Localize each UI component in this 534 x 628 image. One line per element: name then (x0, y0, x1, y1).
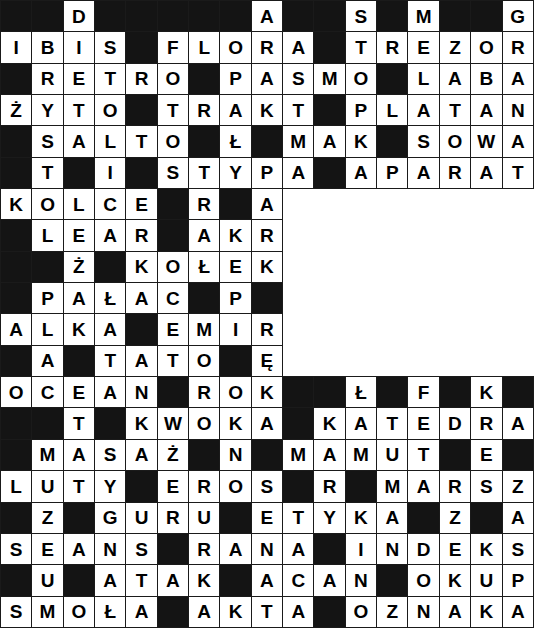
letter-cell-r17c17[interactable]: A (502, 502, 534, 533)
block-cell-r1c15 (439, 1, 470, 32)
block-cell-r5c1 (1, 126, 32, 157)
letter-cell-r5c5[interactable]: T (126, 126, 157, 157)
grid-row-16: LUTYEROSRMARSZ (1, 471, 534, 502)
letter-cell-r10c2[interactable]: P (32, 283, 63, 314)
letter-cell-r19c14[interactable]: O (408, 565, 439, 596)
letter-cell-r15c4[interactable]: S (95, 439, 126, 470)
letter-cell-r4c7[interactable]: R (189, 95, 220, 126)
letter-cell-r1c12[interactable]: S (345, 1, 376, 32)
letter-cell-r5c6[interactable]: O (157, 126, 188, 157)
void-r10c14 (408, 283, 439, 314)
letter-cell-r13c1[interactable]: O (1, 377, 32, 408)
letter-cell-r8c8[interactable]: K (220, 220, 251, 251)
letter-cell-r1c17[interactable]: G (502, 1, 534, 32)
void-r11c13 (377, 314, 408, 345)
letter-cell-r5c8[interactable]: Ł (220, 126, 251, 157)
letter-cell-r3c14[interactable]: L (408, 63, 439, 94)
block-cell-r3c7 (189, 63, 220, 94)
letter-cell-r5c10[interactable]: M (283, 126, 314, 157)
block-cell-r6c5 (126, 157, 157, 188)
letter-cell-r20c17[interactable]: A (502, 596, 534, 627)
letter-cell-r11c3[interactable]: K (63, 314, 94, 345)
letter-cell-r3c6[interactable]: O (157, 63, 188, 94)
void-r10c16 (471, 283, 502, 314)
letter-cell-r20c4[interactable]: Ł (95, 596, 126, 627)
letter-cell-r2c9[interactable]: R (251, 32, 282, 63)
letter-cell-r18c2[interactable]: E (32, 533, 63, 564)
letter-cell-r20c14[interactable]: N (408, 596, 439, 627)
void-r9c10 (283, 251, 314, 282)
letter-cell-r4c14[interactable]: A (408, 95, 439, 126)
letter-cell-r12c9[interactable]: Ę (251, 345, 282, 376)
letter-cell-r18c14[interactable]: D (408, 533, 439, 564)
letter-cell-r18c1[interactable]: S (1, 533, 32, 564)
letter-cell-r15c16[interactable]: E (471, 439, 502, 470)
letter-cell-r20c15[interactable]: A (439, 596, 470, 627)
letter-cell-r6c9[interactable]: P (251, 157, 282, 188)
letter-cell-r10c3[interactable]: A (63, 283, 94, 314)
letter-cell-r7c3[interactable]: L (63, 189, 94, 220)
letter-cell-r16c16[interactable]: S (471, 471, 502, 502)
grid-row-17: ZGURUETYKAZA (1, 502, 534, 533)
block-cell-r17c1 (1, 502, 32, 533)
letter-cell-r13c3[interactable]: E (63, 377, 94, 408)
letter-cell-r14c6[interactable]: W (157, 408, 188, 439)
letter-cell-r6c13[interactable]: P (377, 157, 408, 188)
letter-cell-r4c17[interactable]: N (502, 95, 534, 126)
letter-cell-r13c9[interactable]: K (251, 377, 282, 408)
letter-cell-r16c4[interactable]: Y (95, 471, 126, 502)
letter-cell-r19c10[interactable]: C (283, 565, 314, 596)
letter-cell-r7c7[interactable]: R (189, 189, 220, 220)
letter-cell-r12c5[interactable]: A (126, 345, 157, 376)
void-r7c12 (345, 189, 376, 220)
letter-cell-r2c3[interactable]: I (63, 32, 94, 63)
void-r12c12 (345, 345, 376, 376)
void-r7c17 (502, 189, 534, 220)
letter-cell-r16c6[interactable]: E (157, 471, 188, 502)
letter-cell-r3c11[interactable]: M (314, 63, 345, 94)
letter-cell-r19c4[interactable]: A (95, 565, 126, 596)
block-cell-r17c3 (63, 502, 94, 533)
void-r11c16 (471, 314, 502, 345)
block-cell-r19c3 (63, 565, 94, 596)
letter-cell-r11c6[interactable]: E (157, 314, 188, 345)
void-r11c15 (439, 314, 470, 345)
letter-cell-r19c2[interactable]: U (32, 565, 63, 596)
letter-cell-r16c11[interactable]: R (314, 471, 345, 502)
letter-cell-r6c16[interactable]: A (471, 157, 502, 188)
letter-cell-r10c8[interactable]: P (220, 283, 251, 314)
letter-cell-r4c15[interactable]: T (439, 95, 470, 126)
letter-cell-r2c16[interactable]: O (471, 32, 502, 63)
letter-cell-r7c9[interactable]: A (251, 189, 282, 220)
letter-cell-r3c10[interactable]: S (283, 63, 314, 94)
letter-cell-r11c1[interactable]: A (1, 314, 32, 345)
letter-cell-r9c5[interactable]: K (126, 251, 157, 282)
block-cell-r3c13 (377, 63, 408, 94)
letter-cell-r18c9[interactable]: N (251, 533, 282, 564)
letter-cell-r14c12[interactable]: A (345, 408, 376, 439)
letter-cell-r5c16[interactable]: W (471, 126, 502, 157)
grid-row-2: IBISFLORATREZOR (1, 32, 534, 63)
letter-cell-r4c2[interactable]: Y (32, 95, 63, 126)
letter-cell-r13c5[interactable]: N (126, 377, 157, 408)
letter-cell-r20c1[interactable]: S (1, 596, 32, 627)
block-cell-r13c10 (283, 377, 314, 408)
block-cell-r1c4 (95, 1, 126, 32)
letter-cell-r2c14[interactable]: E (408, 32, 439, 63)
letter-cell-r4c9[interactable]: K (251, 95, 282, 126)
block-cell-r2c11 (314, 32, 345, 63)
letter-cell-r2c7[interactable]: L (189, 32, 220, 63)
letter-cell-r2c13[interactable]: R (377, 32, 408, 63)
letter-cell-r7c1[interactable]: K (1, 189, 32, 220)
letter-cell-r18c10[interactable]: A (283, 533, 314, 564)
letter-cell-r4c12[interactable]: P (345, 95, 376, 126)
letter-cell-r14c15[interactable]: D (439, 408, 470, 439)
letter-cell-r3c9[interactable]: A (251, 63, 282, 94)
letter-cell-r20c12[interactable]: O (345, 596, 376, 627)
void-r9c12 (345, 251, 376, 282)
letter-cell-r14c13[interactable]: T (377, 408, 408, 439)
letter-cell-r15c13[interactable]: U (377, 439, 408, 470)
block-cell-r1c11 (314, 1, 345, 32)
letter-cell-r16c15[interactable]: R (439, 471, 470, 502)
letter-cell-r18c7[interactable]: R (189, 533, 220, 564)
void-r11c11 (314, 314, 345, 345)
void-r7c11 (314, 189, 345, 220)
letter-cell-r11c9[interactable]: R (251, 314, 282, 345)
letter-cell-r6c10[interactable]: A (283, 157, 314, 188)
letter-cell-r17c7[interactable]: U (189, 502, 220, 533)
letter-cell-r17c10[interactable]: T (283, 502, 314, 533)
grid-row-1: DASMG (1, 1, 534, 32)
letter-cell-r12c4[interactable]: T (95, 345, 126, 376)
letter-cell-r17c13[interactable]: A (377, 502, 408, 533)
crossword-grid-body: DASMGIBISFLORATREZORRETROPASMOLABAŻYTOTR… (1, 1, 534, 628)
block-cell-r4c5 (126, 95, 157, 126)
block-cell-r13c11 (314, 377, 345, 408)
letter-cell-r4c13[interactable]: L (377, 95, 408, 126)
void-r9c15 (439, 251, 470, 282)
letter-cell-r13c4[interactable]: A (95, 377, 126, 408)
block-cell-r14c10 (283, 408, 314, 439)
letter-cell-r18c3[interactable]: A (63, 533, 94, 564)
letter-cell-r4c1[interactable]: Ż (1, 95, 32, 126)
letter-cell-r12c2[interactable]: A (32, 345, 63, 376)
void-r9c17 (502, 251, 534, 282)
letter-cell-r7c5[interactable]: E (126, 189, 157, 220)
letter-cell-r2c2[interactable]: B (32, 32, 63, 63)
void-r7c15 (439, 189, 470, 220)
block-cell-r1c7 (189, 1, 220, 32)
letter-cell-r9c9[interactable]: K (251, 251, 282, 282)
letter-cell-r3c3[interactable]: E (63, 63, 94, 94)
crossword-grid: DASMGIBISFLORATREZORRETROPASMOLABAŻYTOTR… (0, 0, 534, 628)
letter-cell-r19c9[interactable]: A (251, 565, 282, 596)
letter-cell-r17c12[interactable]: K (345, 502, 376, 533)
letter-cell-r14c17[interactable]: A (502, 408, 534, 439)
letter-cell-r14c16[interactable]: R (471, 408, 502, 439)
letter-cell-r18c5[interactable]: S (126, 533, 157, 564)
letter-cell-r15c11[interactable]: A (314, 439, 345, 470)
letter-cell-r1c14[interactable]: M (408, 1, 439, 32)
letter-cell-r19c6[interactable]: A (157, 565, 188, 596)
block-cell-r17c8 (220, 502, 251, 533)
block-cell-r11c5 (126, 314, 157, 345)
letter-cell-r11c2[interactable]: L (32, 314, 63, 345)
letter-cell-r6c17[interactable]: T (502, 157, 534, 188)
letter-cell-r11c4[interactable]: A (95, 314, 126, 345)
letter-cell-r8c2[interactable]: L (32, 220, 63, 251)
letter-cell-r19c12[interactable]: N (345, 565, 376, 596)
letter-cell-r2c4[interactable]: S (95, 32, 126, 63)
letter-cell-r6c15[interactable]: R (439, 157, 470, 188)
letter-cell-r20c7[interactable]: A (189, 596, 220, 627)
letter-cell-r5c4[interactable]: L (95, 126, 126, 157)
block-cell-r1c1 (1, 1, 32, 32)
letter-cell-r4c6[interactable]: T (157, 95, 188, 126)
letter-cell-r18c15[interactable]: E (439, 533, 470, 564)
letter-cell-r4c3[interactable]: T (63, 95, 94, 126)
letter-cell-r11c8[interactable]: I (220, 314, 251, 345)
letter-cell-r14c14[interactable]: E (408, 408, 439, 439)
letter-cell-r12c6[interactable]: T (157, 345, 188, 376)
block-cell-r15c7 (189, 439, 220, 470)
void-r10c10 (283, 283, 314, 314)
letter-cell-r17c5[interactable]: U (126, 502, 157, 533)
grid-row-4: ŻYTOTRAKTPLATAN (1, 95, 534, 126)
letter-cell-r16c7[interactable]: R (189, 471, 220, 502)
void-r9c16 (471, 251, 502, 282)
void-r11c14 (408, 314, 439, 345)
letter-cell-r15c12[interactable]: M (345, 439, 376, 470)
letter-cell-r13c14[interactable]: F (408, 377, 439, 408)
letter-cell-r5c15[interactable]: O (439, 126, 470, 157)
void-r10c12 (345, 283, 376, 314)
letter-cell-r17c4[interactable]: G (95, 502, 126, 533)
letter-cell-r13c8[interactable]: O (220, 377, 251, 408)
letter-cell-r10c5[interactable]: A (126, 283, 157, 314)
letter-cell-r14c5[interactable]: K (126, 408, 157, 439)
letter-cell-r16c14[interactable]: A (408, 471, 439, 502)
letter-cell-r3c2[interactable]: R (32, 63, 63, 94)
letter-cell-r9c8[interactable]: E (220, 251, 251, 282)
letter-cell-r9c3[interactable]: Ż (63, 251, 94, 282)
block-cell-r1c13 (377, 1, 408, 32)
letter-cell-r4c8[interactable]: A (220, 95, 251, 126)
letter-cell-r7c4[interactable]: C (95, 189, 126, 220)
block-cell-r13c17 (502, 377, 534, 408)
letter-cell-r20c8[interactable]: K (220, 596, 251, 627)
block-cell-r2c5 (126, 32, 157, 63)
letter-cell-r3c8[interactable]: P (220, 63, 251, 94)
block-cell-r5c7 (189, 126, 220, 157)
letter-cell-r8c3[interactable]: E (63, 220, 94, 251)
letter-cell-r15c3[interactable]: A (63, 439, 94, 470)
letter-cell-r6c14[interactable]: A (408, 157, 439, 188)
letter-cell-r20c3[interactable]: O (63, 596, 94, 627)
letter-cell-r14c3[interactable]: T (63, 408, 94, 439)
letter-cell-r16c17[interactable]: Z (502, 471, 534, 502)
block-cell-r20c6 (157, 596, 188, 627)
letter-cell-r20c5[interactable]: A (126, 596, 157, 627)
letter-cell-r16c13[interactable]: M (377, 471, 408, 502)
letter-cell-r12c7[interactable]: O (189, 345, 220, 376)
block-cell-r5c13 (377, 126, 408, 157)
letter-cell-r3c4[interactable]: T (95, 63, 126, 94)
void-r10c11 (314, 283, 345, 314)
letter-cell-r3c12[interactable]: O (345, 63, 376, 94)
letter-cell-r18c17[interactable]: S (502, 533, 534, 564)
letter-cell-r2c8[interactable]: O (220, 32, 251, 63)
letter-cell-r20c13[interactable]: Z (377, 596, 408, 627)
letter-cell-r19c16[interactable]: U (471, 565, 502, 596)
letter-cell-r5c2[interactable]: S (32, 126, 63, 157)
block-cell-r20c11 (314, 596, 345, 627)
letter-cell-r10c6[interactable]: C (157, 283, 188, 314)
void-r9c11 (314, 251, 345, 282)
letter-cell-r16c8[interactable]: O (220, 471, 251, 502)
letter-cell-r15c5[interactable]: A (126, 439, 157, 470)
letter-cell-r13c2[interactable]: C (32, 377, 63, 408)
void-r8c13 (377, 220, 408, 251)
letter-cell-r6c4[interactable]: I (95, 157, 126, 188)
letter-cell-r2c10[interactable]: A (283, 32, 314, 63)
letter-cell-r15c10[interactable]: M (283, 439, 314, 470)
letter-cell-r17c11[interactable]: Y (314, 502, 345, 533)
letter-cell-r14c8[interactable]: K (220, 408, 251, 439)
letter-cell-r3c15[interactable]: A (439, 63, 470, 94)
letter-cell-r6c8[interactable]: Y (220, 157, 251, 188)
letter-cell-r1c3[interactable]: D (63, 1, 94, 32)
letter-cell-r14c7[interactable]: O (189, 408, 220, 439)
block-cell-r14c2 (32, 408, 63, 439)
letter-cell-r6c2[interactable]: T (32, 157, 63, 188)
letter-cell-r8c4[interactable]: A (95, 220, 126, 251)
letter-cell-r2c1[interactable]: I (1, 32, 32, 63)
letter-cell-r5c12[interactable]: K (345, 126, 376, 157)
letter-cell-r17c6[interactable]: R (157, 502, 188, 533)
grid-row-10: PAŁACP (1, 283, 534, 314)
void-r12c13 (377, 345, 408, 376)
letter-cell-r16c2[interactable]: U (32, 471, 63, 502)
letter-cell-r15c14[interactable]: T (408, 439, 439, 470)
letter-cell-r10c4[interactable]: Ł (95, 283, 126, 314)
letter-cell-r17c9[interactable]: E (251, 502, 282, 533)
letter-cell-r14c9[interactable]: A (251, 408, 282, 439)
void-r8c12 (345, 220, 376, 251)
letter-cell-r2c15[interactable]: Z (439, 32, 470, 63)
letter-cell-r20c9[interactable]: T (251, 596, 282, 627)
letter-cell-r2c6[interactable]: F (157, 32, 188, 63)
letter-cell-r15c8[interactable]: N (220, 439, 251, 470)
letter-cell-r19c7[interactable]: K (189, 565, 220, 596)
void-r7c13 (377, 189, 408, 220)
block-cell-r10c1 (1, 283, 32, 314)
letter-cell-r7c2[interactable]: O (32, 189, 63, 220)
letter-cell-r20c2[interactable]: M (32, 596, 63, 627)
letter-cell-r4c16[interactable]: A (471, 95, 502, 126)
letter-cell-r18c8[interactable]: A (220, 533, 251, 564)
letter-cell-r6c12[interactable]: A (345, 157, 376, 188)
letter-cell-r9c6[interactable]: O (157, 251, 188, 282)
letter-cell-r15c6[interactable]: Ż (157, 439, 188, 470)
block-cell-r9c4 (95, 251, 126, 282)
block-cell-r7c6 (157, 189, 188, 220)
letter-cell-r3c16[interactable]: B (471, 63, 502, 94)
block-cell-r1c16 (471, 1, 502, 32)
letter-cell-r8c7[interactable]: A (189, 220, 220, 251)
void-r10c15 (439, 283, 470, 314)
letter-cell-r6c6[interactable]: S (157, 157, 188, 188)
letter-cell-r15c2[interactable]: M (32, 439, 63, 470)
letter-cell-r18c13[interactable]: N (377, 533, 408, 564)
letter-cell-r16c3[interactable]: T (63, 471, 94, 502)
block-cell-r1c6 (157, 1, 188, 32)
letter-cell-r3c17[interactable]: A (502, 63, 534, 94)
letter-cell-r16c9[interactable]: S (251, 471, 282, 502)
letter-cell-r5c17[interactable]: A (502, 126, 534, 157)
void-r8c17 (502, 220, 534, 251)
letter-cell-r17c15[interactable]: Z (439, 502, 470, 533)
letter-cell-r5c3[interactable]: A (63, 126, 94, 157)
letter-cell-r19c17[interactable]: P (502, 565, 534, 596)
letter-cell-r14c11[interactable]: K (314, 408, 345, 439)
block-cell-r1c8 (220, 1, 251, 32)
letter-cell-r16c1[interactable]: L (1, 471, 32, 502)
grid-row-5: SALTOŁMAKSOWA (1, 126, 534, 157)
block-cell-r16c10 (283, 471, 314, 502)
block-cell-r17c16 (471, 502, 502, 533)
letter-cell-r19c15[interactable]: K (439, 565, 470, 596)
letter-cell-r2c17[interactable]: R (502, 32, 534, 63)
letter-cell-r19c5[interactable]: T (126, 565, 157, 596)
letter-cell-r9c7[interactable]: Ł (189, 251, 220, 282)
block-cell-r19c13 (377, 565, 408, 596)
letter-cell-r20c10[interactable]: A (283, 596, 314, 627)
grid-row-19: UATAKACANOKUP (1, 565, 534, 596)
letter-cell-r2c12[interactable]: T (345, 32, 376, 63)
letter-cell-r19c11[interactable]: A (314, 565, 345, 596)
void-r8c10 (283, 220, 314, 251)
letter-cell-r6c7[interactable]: T (189, 157, 220, 188)
letter-cell-r3c5[interactable]: R (126, 63, 157, 94)
letter-cell-r4c4[interactable]: O (95, 95, 126, 126)
letter-cell-r13c7[interactable]: R (189, 377, 220, 408)
block-cell-r15c9 (251, 439, 282, 470)
letter-cell-r5c11[interactable]: A (314, 126, 345, 157)
letter-cell-r1c9[interactable]: A (251, 1, 282, 32)
letter-cell-r11c7[interactable]: M (189, 314, 220, 345)
letter-cell-r4c10[interactable]: T (283, 95, 314, 126)
void-r8c15 (439, 220, 470, 251)
letter-cell-r13c12[interactable]: Ł (345, 377, 376, 408)
letter-cell-r8c9[interactable]: R (251, 220, 282, 251)
letter-cell-r8c5[interactable]: R (126, 220, 157, 251)
letter-cell-r20c16[interactable]: K (471, 596, 502, 627)
block-cell-r1c10 (283, 1, 314, 32)
letter-cell-r18c12[interactable]: I (345, 533, 376, 564)
letter-cell-r18c16[interactable]: K (471, 533, 502, 564)
letter-cell-r13c16[interactable]: K (471, 377, 502, 408)
letter-cell-r5c14[interactable]: S (408, 126, 439, 157)
void-r11c10 (283, 314, 314, 345)
letter-cell-r18c4[interactable]: N (95, 533, 126, 564)
letter-cell-r17c2[interactable]: Z (32, 502, 63, 533)
void-r7c14 (408, 189, 439, 220)
